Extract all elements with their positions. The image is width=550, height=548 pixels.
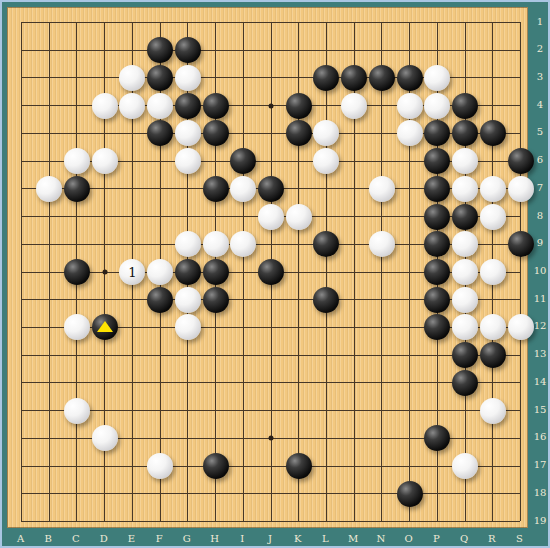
column-label: J: [263, 534, 277, 544]
white-stone: [480, 314, 506, 340]
black-stone: [147, 37, 173, 63]
white-stone: [452, 259, 478, 285]
row-label: 10: [530, 266, 550, 276]
white-stone: [64, 398, 90, 424]
black-stone: [64, 176, 90, 202]
white-stone: [480, 398, 506, 424]
black-stone: [397, 481, 423, 507]
row-label: 18: [530, 488, 550, 498]
white-stone: [452, 148, 478, 174]
column-label: R: [485, 534, 499, 544]
board-wood-surface: 1: [7, 7, 528, 528]
row-label: 13: [530, 349, 550, 359]
row-label: 16: [530, 432, 550, 442]
white-stone: [480, 259, 506, 285]
white-stone: [230, 176, 256, 202]
hoshi-dot: [269, 103, 274, 108]
black-stone: [203, 176, 229, 202]
black-stone: [313, 65, 339, 91]
column-label: L: [318, 534, 332, 544]
grid-line-horizontal: [21, 521, 520, 522]
white-stone: [92, 425, 118, 451]
white-stone: [452, 287, 478, 313]
black-stone: [424, 425, 450, 451]
white-stone: 1: [119, 259, 145, 285]
row-label: 15: [530, 405, 550, 415]
row-label: 5: [530, 127, 550, 137]
grid-line-horizontal: [21, 355, 520, 356]
white-stone: [369, 176, 395, 202]
white-stone: [341, 93, 367, 119]
move-number-label: 1: [128, 266, 136, 279]
black-stone: [480, 120, 506, 146]
white-stone: [175, 65, 201, 91]
black-stone: [203, 287, 229, 313]
grid-line-horizontal: [21, 382, 520, 383]
black-stone: [203, 453, 229, 479]
black-stone: [203, 259, 229, 285]
white-stone: [175, 120, 201, 146]
black-stone: [452, 342, 478, 368]
black-stone: [175, 259, 201, 285]
board-grid[interactable]: 1: [21, 22, 520, 521]
column-label: O: [402, 534, 416, 544]
white-stone: [258, 204, 284, 230]
row-label: 12: [530, 321, 550, 331]
row-label: 3: [530, 72, 550, 82]
black-stone: [64, 259, 90, 285]
grid-line-vertical: [381, 22, 382, 521]
triangle-marker: [97, 321, 113, 332]
white-stone: [397, 120, 423, 146]
column-label: C: [69, 534, 83, 544]
black-stone: [230, 148, 256, 174]
white-stone: [36, 176, 62, 202]
white-stone: [203, 231, 229, 257]
go-board-window: 1 ABCDEFGHIJKLMNOPQRS 123456789101112131…: [0, 0, 550, 548]
white-stone: [147, 259, 173, 285]
black-stone: [480, 342, 506, 368]
column-label: N: [374, 534, 388, 544]
black-stone: [313, 287, 339, 313]
row-label: 17: [530, 460, 550, 470]
grid-line-horizontal: [21, 410, 520, 411]
white-stone: [480, 176, 506, 202]
row-label: 7: [530, 183, 550, 193]
column-label: S: [513, 534, 527, 544]
white-stone: [452, 176, 478, 202]
white-stone: [452, 453, 478, 479]
column-label: K: [291, 534, 305, 544]
white-stone: [424, 65, 450, 91]
white-stone: [369, 231, 395, 257]
black-stone: [147, 287, 173, 313]
black-stone: [175, 93, 201, 119]
black-stone: [424, 314, 450, 340]
black-stone: [424, 259, 450, 285]
column-label: P: [429, 534, 443, 544]
column-label: F: [152, 534, 166, 544]
black-stone: [203, 120, 229, 146]
white-stone: [230, 231, 256, 257]
white-stone: [313, 120, 339, 146]
black-stone: [397, 65, 423, 91]
column-label: Q: [457, 534, 471, 544]
black-stone: [424, 176, 450, 202]
column-label: M: [346, 534, 360, 544]
white-stone: [313, 148, 339, 174]
black-stone: [452, 204, 478, 230]
column-label: H: [208, 534, 222, 544]
black-stone: [452, 93, 478, 119]
black-stone: [92, 314, 118, 340]
row-label: 14: [530, 377, 550, 387]
black-stone: [286, 453, 312, 479]
white-stone: [452, 314, 478, 340]
column-label: A: [14, 534, 28, 544]
black-stone: [424, 120, 450, 146]
white-stone: [452, 231, 478, 257]
column-label: E: [124, 534, 138, 544]
black-stone: [286, 120, 312, 146]
row-label: 2: [530, 44, 550, 54]
black-stone: [286, 93, 312, 119]
black-stone: [203, 93, 229, 119]
hoshi-dot: [102, 270, 107, 275]
column-label: I: [235, 534, 249, 544]
black-stone: [452, 120, 478, 146]
black-stone: [424, 231, 450, 257]
black-stone: [369, 65, 395, 91]
column-label: D: [97, 534, 111, 544]
black-stone: [175, 37, 201, 63]
black-stone: [313, 231, 339, 257]
black-stone: [424, 148, 450, 174]
white-stone: [119, 93, 145, 119]
white-stone: [175, 287, 201, 313]
hoshi-dot: [269, 436, 274, 441]
row-label: 9: [530, 238, 550, 248]
white-stone: [424, 93, 450, 119]
white-stone: [64, 314, 90, 340]
row-label: 8: [530, 211, 550, 221]
black-stone: [258, 259, 284, 285]
row-label: 11: [530, 294, 550, 304]
white-stone: [175, 314, 201, 340]
black-stone: [452, 370, 478, 396]
black-stone: [424, 287, 450, 313]
white-stone: [119, 65, 145, 91]
row-label: 6: [530, 155, 550, 165]
white-stone: [286, 204, 312, 230]
black-stone: [341, 65, 367, 91]
grid-line-horizontal: [21, 493, 520, 494]
white-stone: [147, 93, 173, 119]
row-label: 19: [530, 516, 550, 526]
white-stone: [147, 453, 173, 479]
white-stone: [175, 231, 201, 257]
white-stone: [397, 93, 423, 119]
grid-line-vertical: [520, 22, 521, 521]
black-stone: [424, 204, 450, 230]
white-stone: [480, 204, 506, 230]
black-stone: [147, 120, 173, 146]
grid-line-vertical: [326, 22, 327, 521]
row-label: 4: [530, 100, 550, 110]
column-label: B: [41, 534, 55, 544]
black-stone: [258, 176, 284, 202]
white-stone: [64, 148, 90, 174]
grid-line-horizontal: [21, 466, 520, 467]
white-stone: [92, 93, 118, 119]
black-stone: [147, 65, 173, 91]
white-stone: [175, 148, 201, 174]
column-label: G: [180, 534, 194, 544]
white-stone: [92, 148, 118, 174]
row-label: 1: [530, 17, 550, 27]
